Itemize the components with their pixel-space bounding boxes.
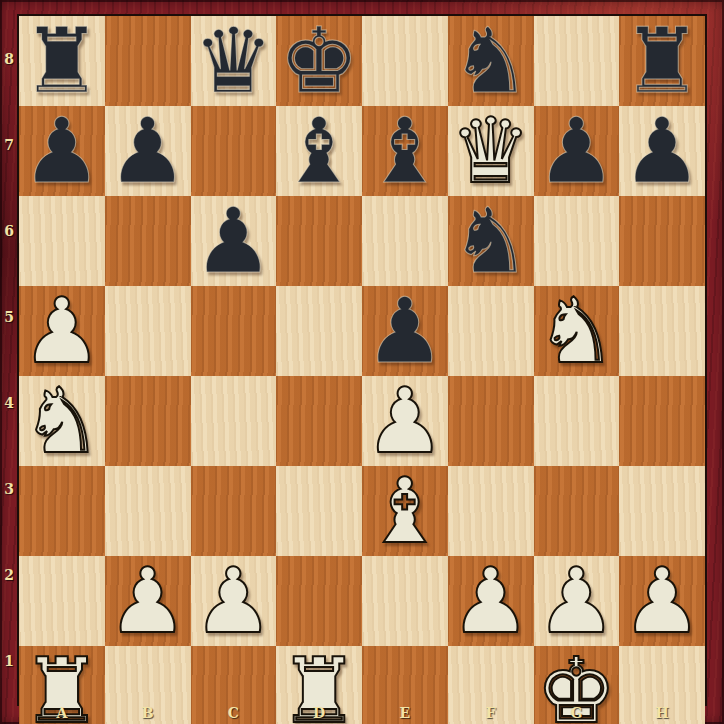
- square-b6[interactable]: [105, 196, 191, 286]
- piece-black-pawn-b7[interactable]: ♟: [107, 106, 188, 196]
- square-b8[interactable]: [105, 16, 191, 106]
- square-d5[interactable]: [276, 286, 362, 376]
- square-a7[interactable]: ♟: [19, 106, 105, 196]
- square-a8[interactable]: ♜: [19, 16, 105, 106]
- piece-white-pawn-g2[interactable]: ♟: [536, 556, 617, 646]
- piece-black-king-d8[interactable]: ♚: [279, 16, 360, 106]
- piece-white-pawn-a5[interactable]: ♟: [22, 286, 103, 376]
- square-b5[interactable]: [105, 286, 191, 376]
- square-f6[interactable]: ♞: [448, 196, 534, 286]
- rank-label-7: 7: [4, 137, 14, 153]
- file-label-e: E: [400, 705, 411, 721]
- square-g4[interactable]: [534, 376, 620, 466]
- square-c8[interactable]: ♛: [191, 16, 277, 106]
- piece-white-knight-g5[interactable]: ♞: [536, 286, 617, 376]
- square-d4[interactable]: [276, 376, 362, 466]
- square-g6[interactable]: [534, 196, 620, 286]
- square-h2[interactable]: ♟: [619, 556, 705, 646]
- square-d7[interactable]: ♝: [276, 106, 362, 196]
- piece-white-knight-a4[interactable]: ♞: [22, 376, 103, 466]
- square-e6[interactable]: [362, 196, 448, 286]
- piece-black-rook-h8[interactable]: ♜: [622, 16, 703, 106]
- rank-label-6: 6: [4, 223, 14, 239]
- square-f8[interactable]: ♞: [448, 16, 534, 106]
- square-g7[interactable]: ♟: [534, 106, 620, 196]
- square-d2[interactable]: [276, 556, 362, 646]
- piece-white-bishop-e3[interactable]: ♝: [365, 466, 446, 556]
- square-e2[interactable]: [362, 556, 448, 646]
- piece-black-bishop-e7[interactable]: ♝: [365, 106, 446, 196]
- piece-black-queen-c8[interactable]: ♛: [193, 16, 274, 106]
- square-h6[interactable]: [619, 196, 705, 286]
- rank-label-1: 1: [4, 653, 14, 669]
- square-a2[interactable]: [19, 556, 105, 646]
- square-f2[interactable]: ♟: [448, 556, 534, 646]
- square-a4[interactable]: ♞: [19, 376, 105, 466]
- piece-black-pawn-h7[interactable]: ♟: [622, 106, 703, 196]
- rank-label-2: 2: [4, 567, 14, 583]
- square-h7[interactable]: ♟: [619, 106, 705, 196]
- square-f7[interactable]: ♛: [448, 106, 534, 196]
- rank-label-3: 3: [4, 481, 14, 497]
- piece-black-pawn-e5[interactable]: ♟: [365, 286, 446, 376]
- square-e8[interactable]: [362, 16, 448, 106]
- square-b3[interactable]: [105, 466, 191, 556]
- square-h3[interactable]: [619, 466, 705, 556]
- square-h5[interactable]: [619, 286, 705, 376]
- file-label-b: B: [142, 705, 154, 721]
- board-frame: ♜♛♚♞♜♟♟♝♝♛♟♟♟♞♟♟♞♞♟♝♟♟♟♟♟♜♜♚ ABCDEFGH876…: [0, 0, 724, 724]
- file-label-a: A: [56, 705, 67, 721]
- square-c2[interactable]: ♟: [191, 556, 277, 646]
- piece-black-knight-f8[interactable]: ♞: [450, 16, 531, 106]
- square-g3[interactable]: [534, 466, 620, 556]
- square-d8[interactable]: ♚: [276, 16, 362, 106]
- square-b7[interactable]: ♟: [105, 106, 191, 196]
- piece-black-pawn-a7[interactable]: ♟: [22, 106, 103, 196]
- square-c4[interactable]: [191, 376, 277, 466]
- square-e7[interactable]: ♝: [362, 106, 448, 196]
- square-f4[interactable]: [448, 376, 534, 466]
- piece-black-knight-f6[interactable]: ♞: [450, 196, 531, 286]
- square-a6[interactable]: [19, 196, 105, 286]
- file-label-g: G: [570, 705, 582, 721]
- square-d6[interactable]: [276, 196, 362, 286]
- file-label-f: F: [486, 705, 496, 721]
- square-c6[interactable]: ♟: [191, 196, 277, 286]
- chess-board[interactable]: ♜♛♚♞♜♟♟♝♝♛♟♟♟♞♟♟♞♞♟♝♟♟♟♟♟♜♜♚: [19, 16, 705, 704]
- piece-white-pawn-c2[interactable]: ♟: [193, 556, 274, 646]
- square-h8[interactable]: ♜: [619, 16, 705, 106]
- square-g2[interactable]: ♟: [534, 556, 620, 646]
- file-label-c: C: [228, 705, 239, 721]
- square-e4[interactable]: ♟: [362, 376, 448, 466]
- square-e3[interactable]: ♝: [362, 466, 448, 556]
- rank-label-8: 8: [4, 51, 14, 67]
- piece-white-queen-f7[interactable]: ♛: [450, 106, 531, 196]
- square-c7[interactable]: [191, 106, 277, 196]
- square-g8[interactable]: [534, 16, 620, 106]
- piece-white-pawn-b2[interactable]: ♟: [107, 556, 188, 646]
- square-g5[interactable]: ♞: [534, 286, 620, 376]
- file-label-h: H: [656, 705, 669, 721]
- file-label-d: D: [313, 705, 325, 721]
- square-a5[interactable]: ♟: [19, 286, 105, 376]
- rank-label-4: 4: [4, 395, 14, 411]
- piece-black-pawn-g7[interactable]: ♟: [536, 106, 617, 196]
- square-f3[interactable]: [448, 466, 534, 556]
- square-d3[interactable]: [276, 466, 362, 556]
- piece-white-pawn-h2[interactable]: ♟: [622, 556, 703, 646]
- piece-black-bishop-d7[interactable]: ♝: [279, 106, 360, 196]
- square-b2[interactable]: ♟: [105, 556, 191, 646]
- square-h4[interactable]: [619, 376, 705, 466]
- piece-white-pawn-e4[interactable]: ♟: [365, 376, 446, 466]
- square-e5[interactable]: ♟: [362, 286, 448, 376]
- piece-black-rook-a8[interactable]: ♜: [22, 16, 103, 106]
- piece-black-pawn-c6[interactable]: ♟: [193, 196, 274, 286]
- square-a3[interactable]: [19, 466, 105, 556]
- square-c3[interactable]: [191, 466, 277, 556]
- piece-white-pawn-f2[interactable]: ♟: [450, 556, 531, 646]
- square-f5[interactable]: [448, 286, 534, 376]
- square-b4[interactable]: [105, 376, 191, 466]
- rank-label-5: 5: [4, 309, 14, 325]
- square-c5[interactable]: [191, 286, 277, 376]
